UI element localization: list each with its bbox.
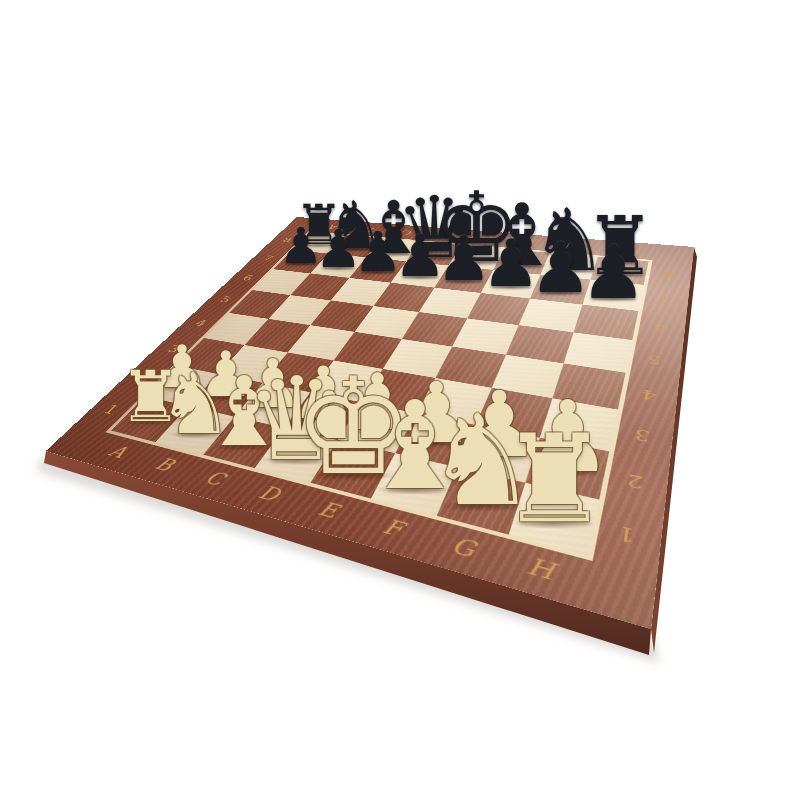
rank-label-4-right: 4 <box>640 387 657 404</box>
rank-label-1-right: 1 <box>616 521 637 547</box>
file-label-g-near: G <box>448 533 479 563</box>
rank-label-2-right: 2 <box>625 470 644 493</box>
rank-label-8-right: 8 <box>662 270 675 280</box>
rank-label-5-left: 5 <box>217 294 234 304</box>
rank-label-7-right: 7 <box>657 294 671 306</box>
rank-label-7-left: 7 <box>261 254 276 262</box>
rank-label-6-right: 6 <box>652 322 667 335</box>
rank-label-6-left: 6 <box>240 273 256 282</box>
rank-label-5-right: 5 <box>647 352 663 367</box>
piece-white-rook[interactable]: ♜ <box>494 419 616 541</box>
rank-label-3-right: 3 <box>633 426 651 445</box>
file-label-b-near: B <box>151 454 179 475</box>
rank-label-4-left: 4 <box>192 317 210 328</box>
file-label-f-near: F <box>379 515 407 542</box>
file-label-a-near: A <box>104 442 132 462</box>
piece-black-pawn[interactable]: ♟ <box>576 235 650 309</box>
file-label-c-near: C <box>200 467 229 490</box>
file-label-h-near: H <box>524 553 557 586</box>
scene: AABBCCDDEEFFGGHH1122334455667788 ♜♞♝♛♚♝♞… <box>0 0 800 800</box>
